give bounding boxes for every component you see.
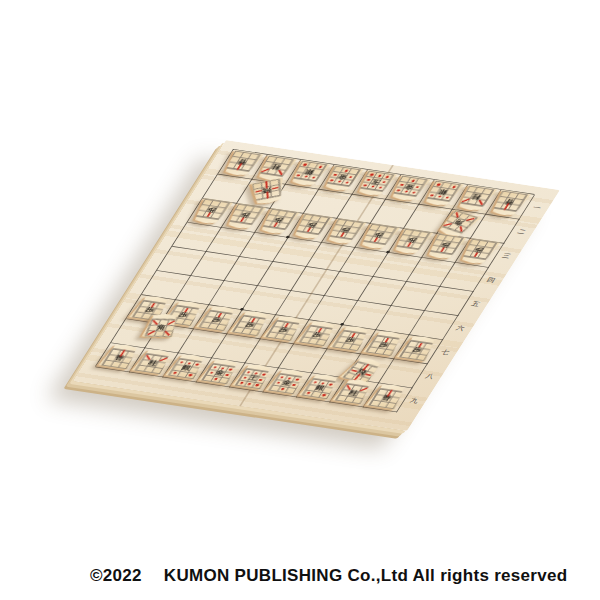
piece-kanji: 歩	[311, 332, 323, 339]
move-arrow-mark	[351, 369, 357, 372]
move-arrow-mark	[307, 228, 312, 232]
move-arrow-mark	[229, 368, 233, 370]
move-arrow-mark	[288, 377, 292, 379]
move-arrow-mark	[412, 192, 416, 194]
rank-label: 五	[465, 299, 487, 309]
move-arrow-mark	[160, 357, 168, 361]
move-arrow-mark	[281, 388, 285, 390]
move-arrow-mark	[188, 362, 192, 364]
move-arrow-mark	[296, 174, 300, 176]
move-arrow-mark	[306, 392, 310, 394]
move-arrow-mark	[400, 184, 404, 186]
move-arrow-mark	[345, 182, 349, 184]
rank-label: 八	[419, 371, 441, 381]
move-arrow-mark	[210, 371, 214, 373]
move-arrow-mark	[407, 243, 412, 247]
move-arrow-mark	[333, 174, 337, 176]
move-arrow-mark	[240, 382, 244, 384]
rank-label: 四	[480, 275, 502, 285]
move-arrow-mark	[243, 376, 247, 378]
move-arrow-mark	[346, 384, 351, 389]
move-arrow-mark	[378, 175, 382, 177]
move-arrow-mark	[319, 166, 323, 168]
move-arrow-mark	[272, 187, 279, 189]
piece-kanji: 桂	[347, 390, 359, 397]
piece-kanji: 桂	[471, 193, 483, 200]
move-arrow-mark	[322, 394, 326, 396]
rank-label: 三	[495, 251, 517, 261]
move-arrow-mark	[467, 218, 475, 221]
rank-label: 七	[434, 347, 456, 357]
move-arrow-mark	[296, 378, 300, 380]
move-arrow-mark	[349, 176, 353, 178]
move-arrow-mark	[461, 198, 469, 202]
copyright-notice: ©2022KUMON PUBLISHING Co.,Ltd All rights…	[90, 566, 567, 586]
move-arrow-mark	[147, 331, 155, 336]
move-arrow-mark	[259, 379, 263, 381]
move-arrow-mark	[445, 197, 449, 199]
move-arrow-mark	[304, 176, 308, 178]
piece-kanji: 金	[337, 173, 349, 180]
move-arrow-mark	[213, 366, 217, 368]
move-arrow-mark	[329, 383, 333, 385]
rank-label: 二	[511, 227, 533, 237]
move-arrow-mark	[261, 168, 269, 172]
move-arrow-mark	[240, 218, 245, 222]
piece-kanji: 金	[404, 183, 416, 190]
move-arrow-mark	[273, 223, 278, 227]
move-arrow-mark	[195, 363, 199, 365]
move-arrow-mark	[404, 191, 408, 193]
move-arrow-mark	[370, 174, 374, 176]
piece-kanji: 歩	[411, 347, 423, 354]
move-arrow-mark	[206, 213, 211, 217]
move-arrow-mark	[312, 177, 316, 179]
piece-kanji: 桂	[147, 360, 159, 367]
piece-kanji: 歩	[211, 317, 223, 324]
piece-kanji: 王	[247, 375, 259, 382]
move-arrow-mark	[225, 374, 229, 376]
shogi-board: 一二三四五六七八九香桂銀金玉金銀桂香飛角歩歩歩歩歩歩歩歩歩歩歩歩歩歩歩歩歩歩角飛…	[73, 140, 560, 431]
move-arrow-mark	[416, 186, 420, 188]
piece-kanji: 銀	[180, 365, 192, 372]
move-arrow-mark	[313, 381, 317, 383]
rank-label: 九	[403, 396, 425, 406]
move-arrow-mark	[459, 227, 462, 233]
move-arrow-mark	[337, 181, 341, 183]
board-scene: 一二三四五六七八九香桂銀金玉金銀桂香飛角歩歩歩歩歩歩歩歩歩歩歩歩歩歩歩歩歩歩角飛…	[73, 140, 560, 431]
move-arrow-mark	[188, 374, 192, 376]
move-arrow-mark	[438, 196, 442, 198]
move-arrow-mark	[214, 378, 218, 380]
move-arrow-mark	[254, 372, 258, 374]
move-arrow-mark	[396, 189, 400, 191]
move-arrow-mark	[247, 383, 251, 385]
move-arrow-mark	[255, 190, 262, 192]
move-arrow-mark	[363, 184, 367, 186]
piece-kanji: 銀	[304, 168, 316, 175]
move-arrow-mark	[373, 238, 378, 242]
piece-kanji: 金	[214, 370, 226, 377]
piece-kanji: 銀	[437, 188, 449, 195]
move-arrow-mark	[262, 373, 266, 375]
move-arrow-mark	[221, 367, 225, 369]
piece-kanji: 角	[453, 218, 465, 226]
piece-move-grid: 飛	[252, 179, 281, 201]
move-arrow-mark	[152, 320, 158, 325]
move-arrow-mark	[474, 253, 479, 257]
move-arrow-mark	[278, 170, 283, 175]
piece-kanji: 歩	[345, 337, 357, 344]
move-arrow-mark	[455, 212, 458, 218]
move-arrow-mark	[247, 371, 251, 373]
piece-kanji: 歩	[378, 342, 390, 349]
move-arrow-mark	[165, 331, 171, 336]
move-arrow-mark	[303, 164, 307, 166]
move-arrow-mark	[382, 181, 386, 183]
move-arrow-mark	[371, 186, 375, 188]
piece-kanji: 歩	[244, 322, 256, 329]
move-arrow-mark	[443, 223, 451, 226]
move-arrow-mark	[440, 248, 445, 252]
move-arrow-mark	[265, 181, 268, 188]
move-arrow-mark	[180, 361, 184, 363]
move-arrow-mark	[168, 320, 176, 325]
rank-label: 一	[526, 203, 548, 213]
move-arrow-mark	[379, 187, 383, 189]
move-arrow-mark	[437, 184, 441, 186]
move-arrow-mark	[330, 179, 334, 181]
move-arrow-mark	[321, 382, 325, 384]
move-arrow-mark	[478, 200, 483, 205]
copyright-year: ©2022	[90, 566, 142, 585]
move-arrow-mark	[146, 354, 151, 359]
move-arrow-mark	[340, 233, 345, 237]
product-photo-stage: 一二三四五六七八九香桂銀金玉金銀桂香飛角歩歩歩歩歩歩歩歩歩歩歩歩歩歩歩歩歩歩角飛…	[0, 0, 600, 600]
move-arrow-mark	[173, 372, 177, 374]
move-arrow-mark	[365, 373, 371, 376]
move-arrow-mark	[386, 176, 390, 178]
piece-kanji: 金	[281, 380, 293, 387]
move-arrow-mark	[411, 180, 415, 182]
rank-label: 六	[449, 323, 471, 333]
piece-kanji: 歩	[278, 327, 290, 334]
copyright-text: KUMON PUBLISHING Co.,Ltd All rights rese…	[164, 566, 568, 585]
move-arrow-mark	[280, 376, 284, 378]
move-arrow-mark	[344, 170, 348, 172]
move-arrow-mark	[292, 384, 296, 386]
move-arrow-mark	[255, 384, 259, 386]
move-arrow-mark	[430, 194, 434, 196]
move-arrow-mark	[360, 387, 368, 391]
move-arrow-mark	[277, 381, 281, 383]
move-arrow-mark	[452, 186, 456, 188]
piece-kanji: 桂	[270, 163, 282, 170]
move-arrow-mark	[367, 179, 371, 181]
piece-kanji: 玉	[370, 178, 382, 185]
piece-kanji: 銀	[314, 385, 326, 392]
